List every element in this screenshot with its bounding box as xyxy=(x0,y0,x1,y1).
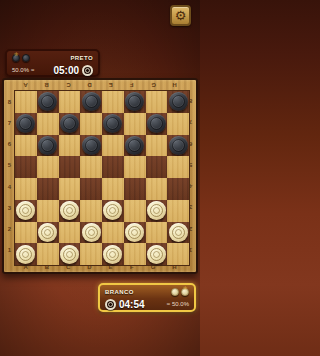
white-timer: 04:54 xyxy=(119,299,145,310)
black-man-f6[interactable] xyxy=(125,136,144,155)
square-g6 xyxy=(146,135,168,157)
white-player-name: BRANCO xyxy=(105,289,134,295)
square-b5 xyxy=(37,156,59,178)
white-man-g3[interactable] xyxy=(147,201,166,220)
black-man-h8[interactable] xyxy=(169,92,188,111)
square-b2[interactable] xyxy=(37,222,59,244)
white-man-count-icon xyxy=(171,288,179,296)
black-win-percent: 50.0% xyxy=(12,67,29,73)
square-h4[interactable] xyxy=(167,178,189,200)
square-d1 xyxy=(80,243,102,265)
square-e6 xyxy=(102,135,124,157)
square-c8 xyxy=(59,91,81,113)
coord-label-B: B xyxy=(36,80,57,91)
square-g2 xyxy=(146,222,168,244)
coord-label-2: 2 xyxy=(4,219,15,240)
coord-label-E: E xyxy=(100,80,121,91)
square-h8[interactable] xyxy=(167,91,189,113)
square-d7 xyxy=(80,113,102,135)
square-e3[interactable] xyxy=(102,200,124,222)
black-piece-stats-icons: ♔ xyxy=(12,54,30,62)
white-man-h2[interactable] xyxy=(169,223,188,242)
player-panel-white: BRANCO ♔ 04:54 ≈ 50.0% xyxy=(98,283,196,312)
square-a6 xyxy=(15,135,37,157)
square-e5[interactable] xyxy=(102,156,124,178)
white-king-count-icon: ♔ xyxy=(181,288,189,296)
black-timer: 05:00 xyxy=(53,65,79,76)
square-g5[interactable] xyxy=(146,156,168,178)
square-e2 xyxy=(102,222,124,244)
black-man-c7[interactable] xyxy=(60,114,79,133)
square-f1 xyxy=(124,243,146,265)
checkers-app-screen: { "game": "checkers", "app_language": "P… xyxy=(0,0,200,356)
coord-label-7: 7 xyxy=(4,112,15,133)
coord-label-1: 1 xyxy=(4,240,15,261)
square-c3[interactable] xyxy=(59,200,81,222)
square-g1[interactable] xyxy=(146,243,168,265)
square-g7[interactable] xyxy=(146,113,168,135)
square-b8[interactable] xyxy=(37,91,59,113)
black-man-f8[interactable] xyxy=(125,92,144,111)
square-d6[interactable] xyxy=(80,135,102,157)
square-d8[interactable] xyxy=(80,91,102,113)
coord-label-C: C xyxy=(58,80,79,91)
black-clock-icon xyxy=(82,65,93,76)
square-b6[interactable] xyxy=(37,135,59,157)
black-man-a7[interactable] xyxy=(16,114,35,133)
square-f4[interactable] xyxy=(124,178,146,200)
white-approx-symbol: ≈ xyxy=(167,301,170,307)
white-man-a1[interactable] xyxy=(16,245,35,264)
black-king-count-icon: ♔ xyxy=(12,54,20,62)
square-c1[interactable] xyxy=(59,243,81,265)
square-c7[interactable] xyxy=(59,113,81,135)
rank-labels-left: 87654321 xyxy=(4,91,15,261)
board-grid xyxy=(15,91,189,265)
square-b4[interactable] xyxy=(37,178,59,200)
coord-label-3: 3 xyxy=(4,197,15,218)
square-b3 xyxy=(37,200,59,222)
white-clock-icon xyxy=(105,299,116,310)
white-man-e1[interactable] xyxy=(103,245,122,264)
coord-label-5: 5 xyxy=(4,155,15,176)
square-h7 xyxy=(167,113,189,135)
coord-label-6: 6 xyxy=(4,134,15,155)
white-man-e3[interactable] xyxy=(103,201,122,220)
square-f7 xyxy=(124,113,146,135)
coord-label-A: A xyxy=(15,80,36,91)
square-f3 xyxy=(124,200,146,222)
white-piece-stats-icons: ♔ xyxy=(171,288,189,296)
square-h6[interactable] xyxy=(167,135,189,157)
square-h1 xyxy=(167,243,189,265)
white-man-d2[interactable] xyxy=(82,223,101,242)
square-c2 xyxy=(59,222,81,244)
square-f8[interactable] xyxy=(124,91,146,113)
square-b7 xyxy=(37,113,59,135)
white-man-g1[interactable] xyxy=(147,245,166,264)
square-c6 xyxy=(59,135,81,157)
square-h2[interactable] xyxy=(167,222,189,244)
square-a4 xyxy=(15,178,37,200)
square-b1 xyxy=(37,243,59,265)
settings-button[interactable]: ⚙ xyxy=(170,5,191,26)
coord-label-H: H xyxy=(164,80,185,91)
gear-icon: ⚙ xyxy=(175,9,187,22)
black-man-g7[interactable] xyxy=(147,114,166,133)
square-h5 xyxy=(167,156,189,178)
square-e1[interactable] xyxy=(102,243,124,265)
square-f6[interactable] xyxy=(124,135,146,157)
black-man-count-icon xyxy=(22,54,30,62)
black-man-d8[interactable] xyxy=(82,92,101,111)
square-d3 xyxy=(80,200,102,222)
black-man-h6[interactable] xyxy=(169,136,188,155)
coord-label-F: F xyxy=(121,80,142,91)
white-win-percent: 50.0% xyxy=(172,301,189,307)
white-man-f2[interactable] xyxy=(125,223,144,242)
white-man-c1[interactable] xyxy=(60,245,79,264)
square-d4[interactable] xyxy=(80,178,102,200)
black-player-name: PRETO xyxy=(70,55,93,61)
coord-label-8: 8 xyxy=(4,91,15,112)
square-g8 xyxy=(146,91,168,113)
square-a8 xyxy=(15,91,37,113)
square-g4 xyxy=(146,178,168,200)
coord-label-G: G xyxy=(143,80,164,91)
black-approx-symbol: ≈ xyxy=(31,67,34,73)
checkers-board: ABCDEFGH ABCDEFGH 87654321 87654321 xyxy=(2,78,198,274)
coord-label-D: D xyxy=(79,80,100,91)
black-man-e7[interactable] xyxy=(103,114,122,133)
white-man-a3[interactable] xyxy=(16,201,35,220)
square-a7[interactable] xyxy=(15,113,37,135)
square-d2[interactable] xyxy=(80,222,102,244)
player-panel-black: ♔ PRETO 50.0% ≈ 05:00 xyxy=(5,49,100,77)
square-e4 xyxy=(102,178,124,200)
square-h3 xyxy=(167,200,189,222)
white-man-c3[interactable] xyxy=(60,201,79,220)
square-c5[interactable] xyxy=(59,156,81,178)
black-man-d6[interactable] xyxy=(82,136,101,155)
square-e7[interactable] xyxy=(102,113,124,135)
square-f5 xyxy=(124,156,146,178)
square-d5 xyxy=(80,156,102,178)
square-a2 xyxy=(15,222,37,244)
square-c4 xyxy=(59,178,81,200)
square-e8 xyxy=(102,91,124,113)
square-a3[interactable] xyxy=(15,200,37,222)
black-man-b8[interactable] xyxy=(38,92,57,111)
square-a5[interactable] xyxy=(15,156,37,178)
black-man-b6[interactable] xyxy=(38,136,57,155)
square-g3[interactable] xyxy=(146,200,168,222)
square-a1[interactable] xyxy=(15,243,37,265)
white-man-b2[interactable] xyxy=(38,223,57,242)
file-labels-top: ABCDEFGH xyxy=(15,80,185,91)
square-f2[interactable] xyxy=(124,222,146,244)
coord-label-4: 4 xyxy=(4,176,15,197)
